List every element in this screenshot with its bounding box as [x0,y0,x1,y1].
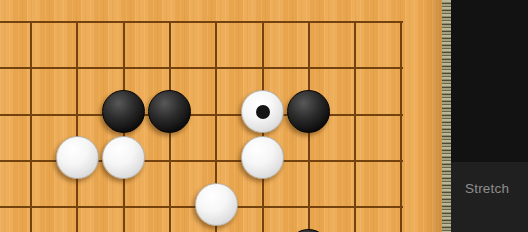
grid-vline [30,21,32,232]
last-move-marker [256,105,270,119]
black-stone [102,90,145,133]
stretch-option[interactable]: Stretch [451,162,528,232]
black-stone [148,90,191,133]
side-panel: Stretch [451,0,528,232]
grid-hline [0,114,403,116]
white-stone [241,90,284,133]
grid-vline [354,21,356,232]
app-window: Stretch [0,0,528,232]
white-stone [102,136,145,179]
grid-vline [76,21,78,232]
board-side-edge [442,0,451,232]
grid-hline [0,21,403,23]
white-stone [56,136,99,179]
black-stone [287,229,330,232]
black-stone [287,90,330,133]
board-edge-shading [426,0,442,232]
white-stone [241,136,284,179]
grid-hline [0,67,403,69]
go-board[interactable] [0,0,442,232]
white-stone [195,183,238,226]
grid-vline [400,21,402,232]
